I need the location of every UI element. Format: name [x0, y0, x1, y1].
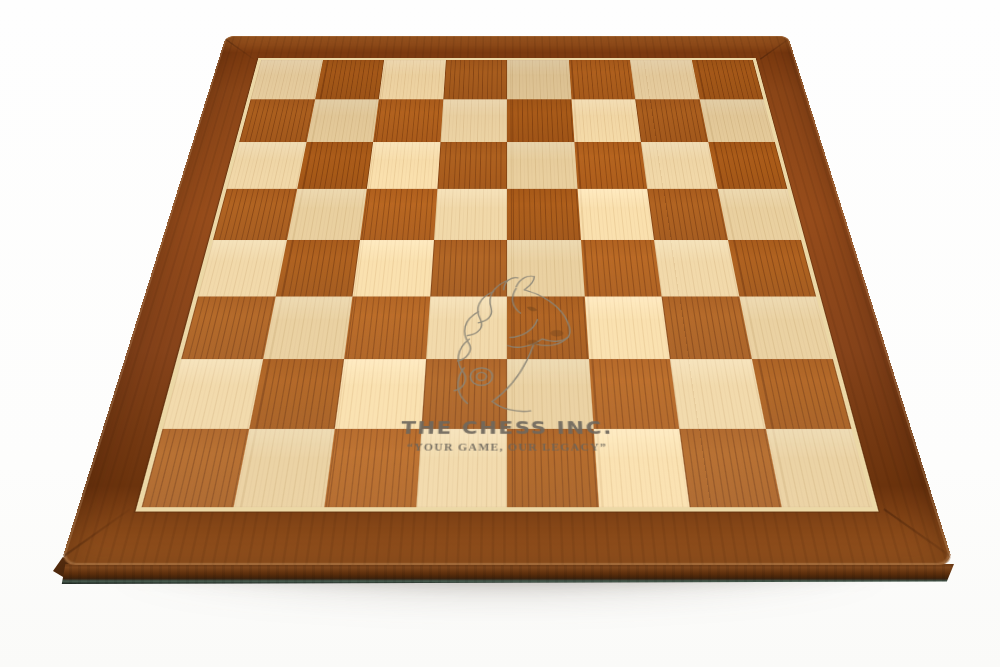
square-f6[interactable] — [574, 142, 647, 189]
square-b3[interactable] — [263, 297, 353, 360]
square-e7[interactable] — [507, 99, 574, 142]
square-g1[interactable] — [679, 429, 781, 507]
square-g2[interactable] — [670, 359, 765, 429]
square-g4[interactable] — [654, 240, 739, 297]
square-a4[interactable] — [198, 240, 287, 297]
square-f7[interactable] — [571, 99, 641, 142]
square-b2[interactable] — [249, 359, 344, 429]
square-d4[interactable] — [430, 240, 507, 297]
square-h5[interactable] — [717, 189, 801, 240]
square-a8[interactable] — [251, 60, 323, 99]
square-f5[interactable] — [577, 189, 654, 240]
square-e8[interactable] — [507, 60, 571, 99]
square-e2[interactable] — [507, 359, 593, 429]
square-g3[interactable] — [662, 297, 752, 360]
square-a3[interactable] — [181, 297, 275, 360]
square-h7[interactable] — [699, 99, 775, 142]
frame-miter-top-right — [759, 36, 793, 60]
square-f2[interactable] — [588, 359, 679, 429]
square-e5[interactable] — [507, 189, 581, 240]
square-d2[interactable] — [421, 359, 507, 429]
square-b7[interactable] — [306, 99, 379, 142]
square-g6[interactable] — [641, 142, 717, 189]
square-h2[interactable] — [751, 359, 851, 429]
square-c7[interactable] — [373, 99, 443, 142]
square-e6[interactable] — [507, 142, 577, 189]
square-g7[interactable] — [635, 99, 708, 142]
square-d6[interactable] — [437, 142, 507, 189]
square-h4[interactable] — [728, 240, 817, 297]
frame-miter-bottom-left — [60, 508, 131, 564]
square-f3[interactable] — [584, 297, 670, 360]
frame-miter-top-left — [220, 36, 254, 60]
square-e3[interactable] — [507, 297, 588, 360]
square-b6[interactable] — [297, 142, 373, 189]
square-c3[interactable] — [344, 297, 430, 360]
square-f1[interactable] — [593, 429, 690, 507]
square-d5[interactable] — [434, 189, 508, 240]
square-c8[interactable] — [379, 60, 446, 99]
square-h6[interactable] — [708, 142, 787, 189]
chess-board: THE CHESS INC. “YOUR GAME, OUR LEGACY” — [60, 36, 954, 566]
square-e4[interactable] — [507, 240, 584, 297]
square-c6[interactable] — [367, 142, 440, 189]
square-c1[interactable] — [324, 429, 421, 507]
square-a7[interactable] — [239, 99, 315, 142]
square-a6[interactable] — [227, 142, 306, 189]
square-c5[interactable] — [360, 189, 437, 240]
square-f4[interactable] — [581, 240, 662, 297]
square-b8[interactable] — [315, 60, 384, 99]
square-a2[interactable] — [163, 359, 263, 429]
inlay-border: THE CHESS INC. “YOUR GAME, OUR LEGACY” — [135, 58, 878, 511]
square-h1[interactable] — [765, 429, 872, 507]
scene: THE CHESS INC. “YOUR GAME, OUR LEGACY” — [0, 0, 1000, 667]
square-c4[interactable] — [352, 240, 433, 297]
square-a1[interactable] — [142, 429, 249, 507]
square-h3[interactable] — [739, 297, 833, 360]
square-f8[interactable] — [568, 60, 635, 99]
square-b4[interactable] — [275, 240, 360, 297]
square-c2[interactable] — [335, 359, 426, 429]
frame-miter-bottom-right — [883, 508, 954, 564]
square-d3[interactable] — [426, 297, 507, 360]
board-front-edge — [60, 564, 954, 584]
playing-field — [142, 60, 873, 507]
square-e1[interactable] — [507, 429, 598, 507]
square-b5[interactable] — [287, 189, 367, 240]
square-d7[interactable] — [440, 99, 507, 142]
square-g5[interactable] — [647, 189, 727, 240]
square-d1[interactable] — [416, 429, 507, 507]
square-b1[interactable] — [233, 429, 335, 507]
square-d8[interactable] — [443, 60, 507, 99]
square-a5[interactable] — [213, 189, 297, 240]
square-g8[interactable] — [630, 60, 699, 99]
square-h8[interactable] — [691, 60, 763, 99]
